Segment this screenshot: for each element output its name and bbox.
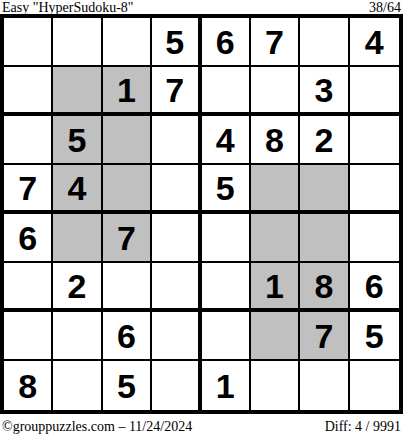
- cell-r2c6-empty[interactable]: [251, 67, 300, 116]
- cell-r7c4-empty[interactable]: [152, 312, 201, 361]
- cell-r5c7-empty[interactable]: [300, 214, 349, 263]
- cell-r5c6-empty[interactable]: [251, 214, 300, 263]
- cell-r1c5-given[interactable]: 6: [202, 18, 251, 67]
- puzzle-header: Easy "HyperSudoku-8" 38/64: [0, 0, 403, 14]
- cell-r1c6-given[interactable]: 7: [251, 18, 300, 67]
- cell-r2c2-empty[interactable]: [53, 67, 102, 116]
- cell-r1c3-empty[interactable]: [103, 18, 152, 67]
- cell-r5c5-empty[interactable]: [202, 214, 251, 263]
- cell-r8c5-given[interactable]: 1: [202, 361, 251, 410]
- cell-r6c1-empty[interactable]: [4, 263, 53, 312]
- cell-r6c7-given[interactable]: 8: [300, 263, 349, 312]
- cell-r1c1-empty[interactable]: [4, 18, 53, 67]
- cell-r5c2-empty[interactable]: [53, 214, 102, 263]
- puzzle-footer: ©grouppuzzles.com – 11/24/2024 Diff: 4 /…: [0, 414, 403, 437]
- cell-r2c8-empty[interactable]: [350, 67, 399, 116]
- cell-r7c3-given[interactable]: 6: [103, 312, 152, 361]
- cell-r8c6-empty[interactable]: [251, 361, 300, 410]
- cell-r4c3-empty[interactable]: [103, 165, 152, 214]
- cell-r8c1-given[interactable]: 8: [4, 361, 53, 410]
- cell-r6c5-empty[interactable]: [202, 263, 251, 312]
- cell-r4c5-given[interactable]: 5: [202, 165, 251, 214]
- cell-r3c6-given[interactable]: 8: [251, 116, 300, 165]
- cell-r5c1-given[interactable]: 6: [4, 214, 53, 263]
- cell-r7c8-given[interactable]: 5: [350, 312, 399, 361]
- cell-r4c1-given[interactable]: 7: [4, 165, 53, 214]
- cell-r4c6-empty[interactable]: [251, 165, 300, 214]
- puzzle-page: Easy "HyperSudoku-8" 38/64 5674173548274…: [0, 0, 403, 437]
- cell-r5c3-given[interactable]: 7: [103, 214, 152, 263]
- cell-r1c8-given[interactable]: 4: [350, 18, 399, 67]
- cell-r3c8-empty[interactable]: [350, 116, 399, 165]
- cell-r2c7-given[interactable]: 3: [300, 67, 349, 116]
- cell-r6c6-given[interactable]: 1: [251, 263, 300, 312]
- cell-r6c4-empty[interactable]: [152, 263, 201, 312]
- cell-r3c5-given[interactable]: 4: [202, 116, 251, 165]
- cell-r2c5-empty[interactable]: [202, 67, 251, 116]
- cell-r2c1-empty[interactable]: [4, 67, 53, 116]
- cell-r3c2-given[interactable]: 5: [53, 116, 102, 165]
- cell-r8c2-empty[interactable]: [53, 361, 102, 410]
- cell-r4c7-empty[interactable]: [300, 165, 349, 214]
- cell-r7c5-empty[interactable]: [202, 312, 251, 361]
- cell-r8c8-empty[interactable]: [350, 361, 399, 410]
- cell-r1c2-empty[interactable]: [53, 18, 102, 67]
- cell-r4c4-empty[interactable]: [152, 165, 201, 214]
- cell-r1c4-given[interactable]: 5: [152, 18, 201, 67]
- cell-r4c2-given[interactable]: 4: [53, 165, 102, 214]
- cell-r6c3-empty[interactable]: [103, 263, 152, 312]
- cell-r4c8-empty[interactable]: [350, 165, 399, 214]
- cell-r1c7-empty[interactable]: [300, 18, 349, 67]
- cell-r3c4-empty[interactable]: [152, 116, 201, 165]
- cell-r8c3-given[interactable]: 5: [103, 361, 152, 410]
- cell-r7c6-empty[interactable]: [251, 312, 300, 361]
- cell-r7c7-given[interactable]: 7: [300, 312, 349, 361]
- puzzle-title: Easy "HyperSudoku-8": [2, 1, 134, 14]
- cell-r2c4-given[interactable]: 7: [152, 67, 201, 116]
- cell-r8c4-empty[interactable]: [152, 361, 201, 410]
- cell-r7c2-empty[interactable]: [53, 312, 102, 361]
- cell-r3c1-empty[interactable]: [4, 116, 53, 165]
- cell-r7c1-empty[interactable]: [4, 312, 53, 361]
- copyright-credit: ©grouppuzzles.com – 11/24/2024: [2, 419, 192, 434]
- cell-r5c8-empty[interactable]: [350, 214, 399, 263]
- empty-cell-counter: 38/64: [369, 1, 401, 14]
- cell-r6c8-given[interactable]: 6: [350, 263, 399, 312]
- cell-r3c3-empty[interactable]: [103, 116, 152, 165]
- cell-r6c2-given[interactable]: 2: [53, 263, 102, 312]
- difficulty-label: Diff: 4 / 9991: [325, 419, 401, 434]
- cell-r2c3-given[interactable]: 1: [103, 67, 152, 116]
- cell-r8c7-empty[interactable]: [300, 361, 349, 410]
- sudoku-board: 56741735482745672186675851: [0, 14, 403, 414]
- cell-r3c7-given[interactable]: 2: [300, 116, 349, 165]
- cell-r5c4-empty[interactable]: [152, 214, 201, 263]
